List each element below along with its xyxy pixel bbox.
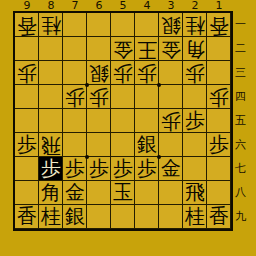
square-8-8[interactable]: 角 bbox=[39, 181, 63, 205]
square-2-9[interactable]: 桂 bbox=[183, 205, 207, 229]
piece-sente-gold[interactable]: 金 bbox=[63, 181, 87, 205]
square-8-7[interactable]: 歩 bbox=[39, 157, 63, 181]
square-7-1[interactable] bbox=[63, 13, 87, 37]
piece-gote-bishop[interactable]: 角 bbox=[183, 37, 207, 61]
piece-gote-pawn[interactable]: 歩 bbox=[159, 109, 183, 133]
rank-label-6: 六 bbox=[235, 133, 255, 157]
square-7-5[interactable] bbox=[63, 109, 87, 133]
rank-label-8: 八 bbox=[235, 181, 255, 205]
square-5-2[interactable]: 金 bbox=[111, 37, 135, 61]
piece-sente-silver[interactable]: 銀 bbox=[135, 133, 159, 157]
square-1-4[interactable]: 歩 bbox=[207, 85, 231, 109]
piece-gote-rook[interactable]: 飛 bbox=[39, 133, 63, 157]
square-1-1[interactable]: 香 bbox=[207, 13, 231, 37]
square-8-6[interactable]: 飛 bbox=[39, 133, 63, 157]
square-7-9[interactable]: 銀 bbox=[63, 205, 87, 229]
piece-gote-pawn[interactable]: 歩 bbox=[135, 61, 159, 85]
square-8-2[interactable] bbox=[39, 37, 63, 61]
square-6-2[interactable] bbox=[87, 37, 111, 61]
piece-sente-silver[interactable]: 銀 bbox=[63, 205, 87, 229]
piece-sente-pawn[interactable]: 歩 bbox=[111, 157, 135, 181]
star-point bbox=[157, 83, 161, 87]
rank-label-3: 三 bbox=[235, 61, 255, 85]
square-3-5[interactable]: 歩 bbox=[159, 109, 183, 133]
piece-sente-pawn[interactable]: 歩 bbox=[135, 157, 159, 181]
square-1-9[interactable]: 香 bbox=[207, 205, 231, 229]
piece-gote-lance[interactable]: 香 bbox=[207, 13, 231, 37]
square-1-6[interactable]: 歩 bbox=[207, 133, 231, 157]
square-9-8[interactable] bbox=[15, 181, 39, 205]
square-4-5[interactable] bbox=[135, 109, 159, 133]
square-1-3[interactable] bbox=[207, 61, 231, 85]
piece-gote-king[interactable]: 王 bbox=[135, 37, 159, 61]
square-9-9[interactable]: 香 bbox=[15, 205, 39, 229]
star-point bbox=[85, 83, 89, 87]
piece-sente-knight[interactable]: 桂 bbox=[183, 205, 207, 229]
square-8-5[interactable] bbox=[39, 109, 63, 133]
piece-gote-gold[interactable]: 金 bbox=[159, 37, 183, 61]
square-3-8[interactable] bbox=[159, 181, 183, 205]
piece-gote-gold[interactable]: 金 bbox=[111, 37, 135, 61]
piece-gote-pawn[interactable]: 歩 bbox=[111, 61, 135, 85]
square-6-6[interactable] bbox=[87, 133, 111, 157]
square-3-6[interactable] bbox=[159, 133, 183, 157]
square-3-4[interactable] bbox=[159, 85, 183, 109]
square-6-7[interactable]: 歩 bbox=[87, 157, 111, 181]
piece-sente-king[interactable]: 玉 bbox=[111, 181, 135, 205]
square-5-1[interactable] bbox=[111, 13, 135, 37]
square-2-5[interactable]: 歩 bbox=[183, 109, 207, 133]
square-4-6[interactable]: 銀 bbox=[135, 133, 159, 157]
square-2-8[interactable]: 飛 bbox=[183, 181, 207, 205]
piece-sente-pawn[interactable]: 歩 bbox=[39, 157, 63, 181]
square-5-3[interactable]: 歩 bbox=[111, 61, 135, 85]
rank-labels: 一二三四五六七八九 bbox=[235, 13, 255, 229]
square-8-3[interactable] bbox=[39, 61, 63, 85]
square-5-9[interactable] bbox=[111, 205, 135, 229]
piece-gote-pawn[interactable]: 歩 bbox=[183, 61, 207, 85]
square-7-3[interactable] bbox=[63, 61, 87, 85]
square-6-5[interactable] bbox=[87, 109, 111, 133]
piece-sente-pawn[interactable]: 歩 bbox=[63, 157, 87, 181]
square-6-1[interactable] bbox=[87, 13, 111, 37]
square-4-2[interactable]: 王 bbox=[135, 37, 159, 61]
square-3-9[interactable] bbox=[159, 205, 183, 229]
square-7-8[interactable]: 金 bbox=[63, 181, 87, 205]
square-2-6[interactable] bbox=[183, 133, 207, 157]
square-2-1[interactable]: 桂 bbox=[183, 13, 207, 37]
square-3-1[interactable]: 銀 bbox=[159, 13, 183, 37]
piece-sente-lance[interactable]: 香 bbox=[207, 205, 231, 229]
square-5-7[interactable]: 歩 bbox=[111, 157, 135, 181]
square-1-5[interactable] bbox=[207, 109, 231, 133]
square-3-2[interactable]: 金 bbox=[159, 37, 183, 61]
square-5-8[interactable]: 玉 bbox=[111, 181, 135, 205]
square-4-3[interactable]: 歩 bbox=[135, 61, 159, 85]
rank-label-1: 一 bbox=[235, 13, 255, 37]
rank-label-9: 九 bbox=[235, 205, 255, 229]
piece-gote-knight[interactable]: 桂 bbox=[39, 13, 63, 37]
rank-label-7: 七 bbox=[235, 157, 255, 181]
piece-gote-silver[interactable]: 銀 bbox=[159, 13, 183, 37]
square-9-5[interactable] bbox=[15, 109, 39, 133]
square-9-2[interactable] bbox=[15, 37, 39, 61]
square-9-1[interactable]: 香 bbox=[15, 13, 39, 37]
square-4-7[interactable]: 歩 bbox=[135, 157, 159, 181]
square-3-7[interactable]: 金 bbox=[159, 157, 183, 181]
square-1-8[interactable] bbox=[207, 181, 231, 205]
rank-label-5: 五 bbox=[235, 109, 255, 133]
square-6-8[interactable] bbox=[87, 181, 111, 205]
square-7-7[interactable]: 歩 bbox=[63, 157, 87, 181]
rank-label-4: 四 bbox=[235, 85, 255, 109]
square-9-4[interactable] bbox=[15, 85, 39, 109]
square-9-3[interactable]: 歩 bbox=[15, 61, 39, 85]
piece-sente-pawn[interactable]: 歩 bbox=[15, 133, 39, 157]
piece-gote-lance[interactable]: 香 bbox=[15, 13, 39, 37]
square-7-4[interactable]: 歩 bbox=[63, 85, 87, 109]
square-4-8[interactable] bbox=[135, 181, 159, 205]
piece-gote-pawn[interactable]: 歩 bbox=[87, 85, 111, 109]
piece-sente-pawn[interactable]: 歩 bbox=[183, 109, 207, 133]
shogi-board: 香桂銀桂香金王金角歩銀歩歩歩歩歩歩歩歩歩飛銀歩歩歩歩歩歩金角金玉飛香桂銀桂香 bbox=[13, 11, 233, 231]
piece-sente-pawn[interactable]: 歩 bbox=[87, 157, 111, 181]
piece-gote-pawn[interactable]: 歩 bbox=[207, 85, 231, 109]
square-9-6[interactable]: 歩 bbox=[15, 133, 39, 157]
piece-gote-knight[interactable]: 桂 bbox=[183, 13, 207, 37]
square-1-2[interactable] bbox=[207, 37, 231, 61]
square-3-3[interactable] bbox=[159, 61, 183, 85]
piece-gote-silver[interactable]: 銀 bbox=[87, 61, 111, 85]
square-6-9[interactable] bbox=[87, 205, 111, 229]
square-8-9[interactable]: 桂 bbox=[39, 205, 63, 229]
piece-sente-pawn[interactable]: 歩 bbox=[207, 133, 231, 157]
square-7-6[interactable] bbox=[63, 133, 87, 157]
square-2-4[interactable] bbox=[183, 85, 207, 109]
square-5-6[interactable] bbox=[111, 133, 135, 157]
piece-gote-pawn[interactable]: 歩 bbox=[63, 85, 87, 109]
square-5-4[interactable] bbox=[111, 85, 135, 109]
square-6-4[interactable]: 歩 bbox=[87, 85, 111, 109]
square-4-4[interactable] bbox=[135, 85, 159, 109]
square-2-2[interactable]: 角 bbox=[183, 37, 207, 61]
square-9-7[interactable] bbox=[15, 157, 39, 181]
star-point bbox=[85, 155, 89, 159]
square-8-1[interactable]: 桂 bbox=[39, 13, 63, 37]
square-1-7[interactable] bbox=[207, 157, 231, 181]
star-point bbox=[157, 155, 161, 159]
square-4-1[interactable] bbox=[135, 13, 159, 37]
rank-label-2: 二 bbox=[235, 37, 255, 61]
square-2-7[interactable] bbox=[183, 157, 207, 181]
piece-sente-bishop[interactable]: 角 bbox=[39, 181, 63, 205]
square-7-2[interactable] bbox=[63, 37, 87, 61]
square-2-3[interactable]: 歩 bbox=[183, 61, 207, 85]
piece-gote-pawn[interactable]: 歩 bbox=[15, 61, 39, 85]
square-4-9[interactable] bbox=[135, 205, 159, 229]
piece-sente-rook[interactable]: 飛 bbox=[183, 181, 207, 205]
piece-sente-knight[interactable]: 桂 bbox=[39, 205, 63, 229]
square-6-3[interactable]: 銀 bbox=[87, 61, 111, 85]
square-5-5[interactable] bbox=[111, 109, 135, 133]
piece-sente-gold[interactable]: 金 bbox=[159, 157, 183, 181]
square-8-4[interactable] bbox=[39, 85, 63, 109]
piece-sente-lance[interactable]: 香 bbox=[15, 205, 39, 229]
